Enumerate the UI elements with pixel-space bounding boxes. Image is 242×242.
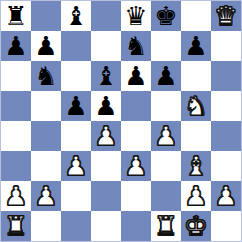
black-bishop-icon: ♝ xyxy=(64,1,87,31)
square-b2[interactable]: ♟ xyxy=(31,181,61,211)
black-pawn-icon: ♟ xyxy=(124,61,147,91)
square-b4[interactable] xyxy=(31,121,61,151)
square-c6[interactable] xyxy=(61,61,91,91)
black-pawn-icon: ♟ xyxy=(34,31,57,61)
square-c1[interactable] xyxy=(61,211,91,241)
square-c3[interactable]: ♟ xyxy=(61,151,91,181)
square-c8[interactable]: ♝ xyxy=(61,1,91,31)
square-a2[interactable]: ♟ xyxy=(1,181,31,211)
square-c2[interactable] xyxy=(61,181,91,211)
black-bishop-icon: ♝ xyxy=(94,61,117,91)
square-g3[interactable]: ♝ xyxy=(181,151,211,181)
square-a6[interactable] xyxy=(1,61,31,91)
square-a5[interactable] xyxy=(1,91,31,121)
square-g7[interactable]: ♟ xyxy=(181,31,211,61)
square-d8[interactable] xyxy=(91,1,121,31)
white-pawn-icon: ♟ xyxy=(64,151,87,181)
black-pawn-icon: ♟ xyxy=(184,31,207,61)
square-d2[interactable] xyxy=(91,181,121,211)
white-pawn-icon: ♟ xyxy=(34,181,57,211)
square-h8[interactable]: ♛ xyxy=(211,1,241,31)
square-f5[interactable] xyxy=(151,91,181,121)
square-c4[interactable] xyxy=(61,121,91,151)
black-pawn-icon: ♟ xyxy=(94,91,117,121)
square-a1[interactable]: ♜ xyxy=(1,211,31,241)
black-knight-icon: ♞ xyxy=(34,61,57,91)
black-pawn-icon: ♟ xyxy=(4,31,27,61)
square-f7[interactable] xyxy=(151,31,181,61)
black-pawn-icon: ♟ xyxy=(154,61,177,91)
white-rook-icon: ♜ xyxy=(4,211,27,241)
square-h4[interactable] xyxy=(211,121,241,151)
black-queen-icon: ♛ xyxy=(124,1,147,31)
white-pawn-icon: ♟ xyxy=(4,181,27,211)
square-b6[interactable]: ♞ xyxy=(31,61,61,91)
square-d4[interactable]: ♟ xyxy=(91,121,121,151)
square-e7[interactable]: ♞ xyxy=(121,31,151,61)
black-pawn-icon: ♟ xyxy=(64,91,87,121)
square-h3[interactable] xyxy=(211,151,241,181)
square-a3[interactable] xyxy=(1,151,31,181)
square-a8[interactable]: ♜ xyxy=(1,1,31,31)
square-b8[interactable] xyxy=(31,1,61,31)
square-g4[interactable] xyxy=(181,121,211,151)
square-e3[interactable]: ♟ xyxy=(121,151,151,181)
square-c5[interactable]: ♟ xyxy=(61,91,91,121)
square-a7[interactable]: ♟ xyxy=(1,31,31,61)
square-b5[interactable] xyxy=(31,91,61,121)
square-e8[interactable]: ♛ xyxy=(121,1,151,31)
black-rook-icon: ♜ xyxy=(4,1,27,31)
square-g6[interactable] xyxy=(181,61,211,91)
square-h5[interactable] xyxy=(211,91,241,121)
white-pawn-icon: ♟ xyxy=(124,151,147,181)
white-pawn-icon: ♟ xyxy=(214,181,237,211)
square-g8[interactable] xyxy=(181,1,211,31)
square-b1[interactable] xyxy=(31,211,61,241)
square-d1[interactable] xyxy=(91,211,121,241)
black-knight-icon: ♞ xyxy=(124,31,147,61)
square-g5[interactable]: ♞ xyxy=(181,91,211,121)
black-king-icon: ♚ xyxy=(154,1,177,31)
square-h7[interactable] xyxy=(211,31,241,61)
white-king-icon: ♚ xyxy=(184,211,207,241)
square-f2[interactable] xyxy=(151,181,181,211)
square-g2[interactable]: ♟ xyxy=(181,181,211,211)
square-f6[interactable]: ♟ xyxy=(151,61,181,91)
square-h6[interactable] xyxy=(211,61,241,91)
square-e5[interactable] xyxy=(121,91,151,121)
square-f3[interactable] xyxy=(151,151,181,181)
square-f1[interactable]: ♜ xyxy=(151,211,181,241)
square-d3[interactable] xyxy=(91,151,121,181)
square-d5[interactable]: ♟ xyxy=(91,91,121,121)
square-c7[interactable] xyxy=(61,31,91,61)
square-d6[interactable]: ♝ xyxy=(91,61,121,91)
square-e2[interactable] xyxy=(121,181,151,211)
square-e6[interactable]: ♟ xyxy=(121,61,151,91)
white-queen-icon: ♛ xyxy=(214,1,237,31)
white-rook-icon: ♜ xyxy=(154,211,177,241)
white-bishop-icon: ♝ xyxy=(184,151,207,181)
square-a4[interactable] xyxy=(1,121,31,151)
white-pawn-icon: ♟ xyxy=(154,121,177,151)
square-b3[interactable] xyxy=(31,151,61,181)
square-b7[interactable]: ♟ xyxy=(31,31,61,61)
square-d7[interactable] xyxy=(91,31,121,61)
square-f4[interactable]: ♟ xyxy=(151,121,181,151)
white-pawn-icon: ♟ xyxy=(94,121,117,151)
square-h2[interactable]: ♟ xyxy=(211,181,241,211)
square-e1[interactable] xyxy=(121,211,151,241)
square-g1[interactable]: ♚ xyxy=(181,211,211,241)
square-h1[interactable] xyxy=(211,211,241,241)
white-pawn-icon: ♟ xyxy=(184,181,207,211)
white-knight-icon: ♞ xyxy=(184,91,207,121)
square-f8[interactable]: ♚ xyxy=(151,1,181,31)
square-e4[interactable] xyxy=(121,121,151,151)
chess-board: ♜♝♛♚♛♟♟♞♟♞♝♟♟♟♟♞♟♟♟♟♝♟♟♟♟♜♜♚ xyxy=(0,0,242,242)
